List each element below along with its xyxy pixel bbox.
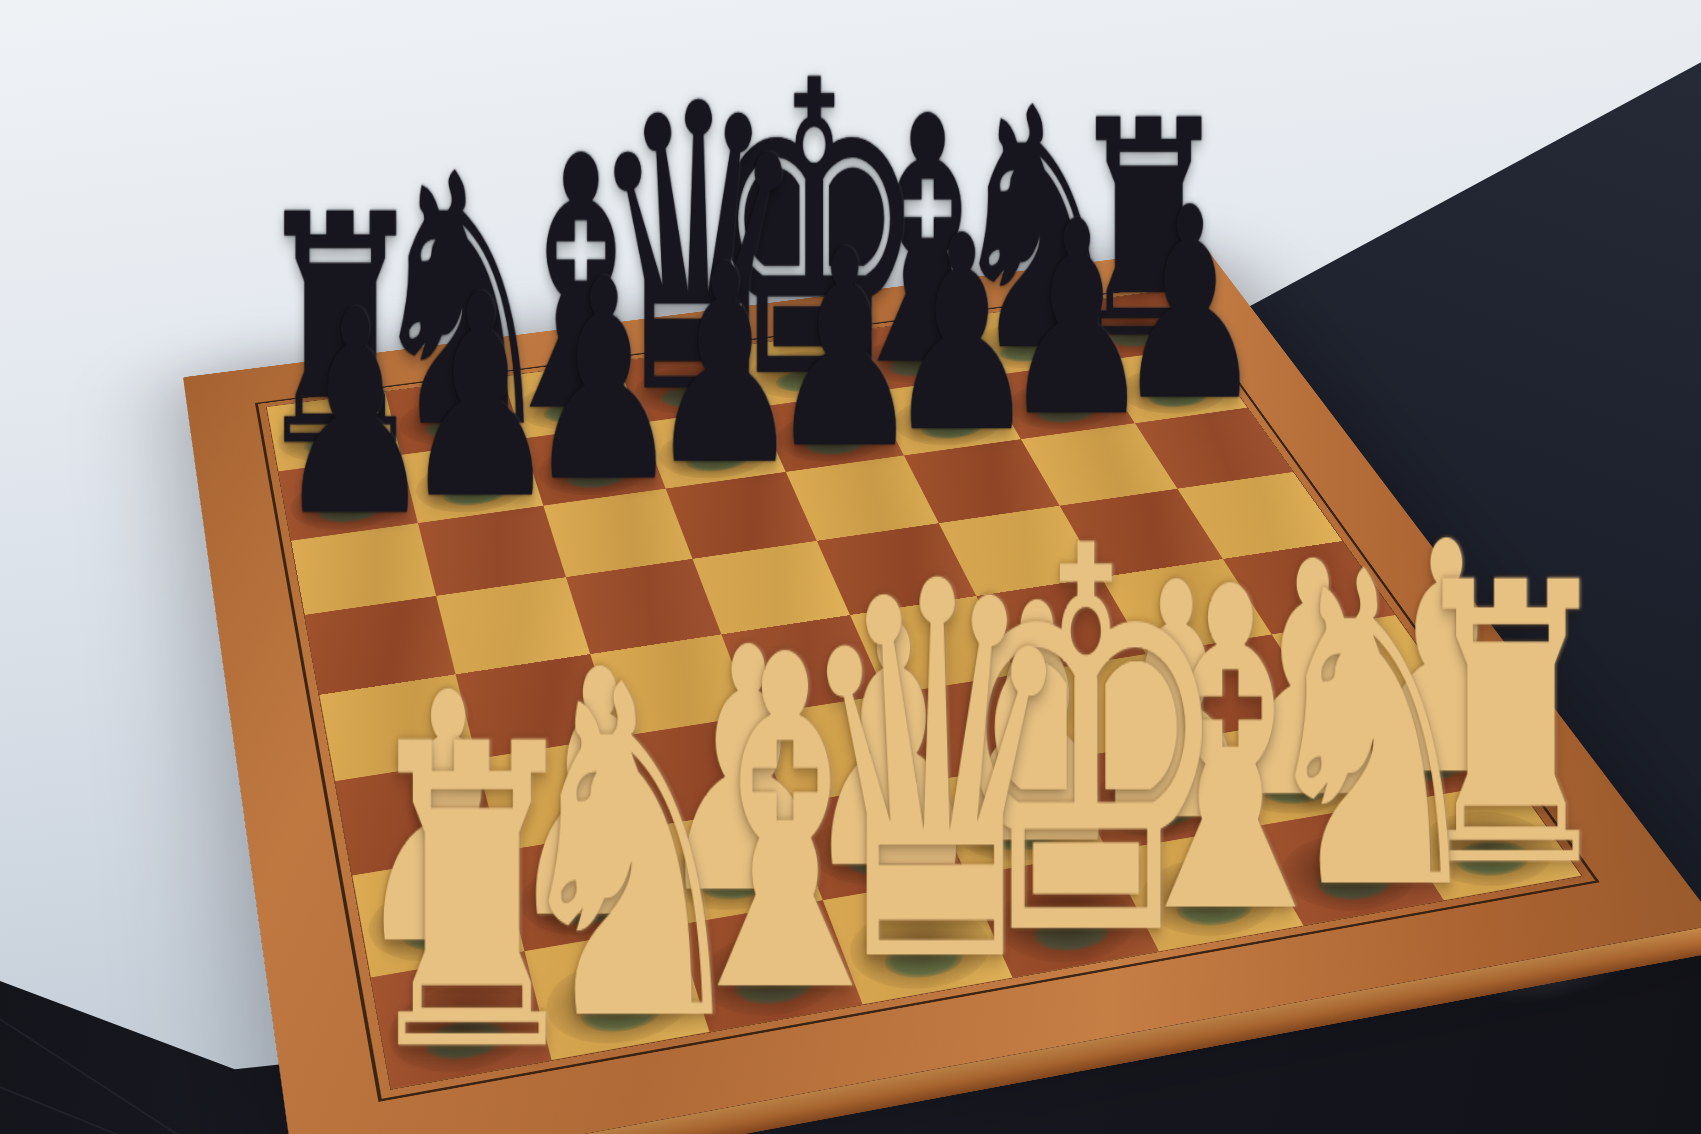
chessboard: ♜♞♝♛♚♝♞♜♟♟♟♟♟♟♟♟♟♟♟♟♟♟♟♟♜♞♝♛♚♝♞♜ — [183, 248, 1701, 1134]
square-a6 — [291, 523, 436, 615]
board-frame: ♜♞♝♛♚♝♞♜♟♟♟♟♟♟♟♟♟♟♟♟♟♟♟♟♜♞♝♛♚♝♞♜ — [183, 248, 1701, 1134]
photo-scene: ♜♞♝♛♚♝♞♜♟♟♟♟♟♟♟♟♟♟♟♟♟♟♟♟♜♞♝♛♚♝♞♜ — [0, 0, 1701, 1134]
piece-black-pawn: ♟ — [224, 299, 486, 530]
board-scene: ♜♞♝♛♚♝♞♜♟♟♟♟♟♟♟♟♟♟♟♟♟♟♟♟♜♞♝♛♚♝♞♜ — [0, 0, 1701, 1134]
board-grid: ♜♞♝♛♚♝♞♜♟♟♟♟♟♟♟♟♟♟♟♟♟♟♟♟♜♞♝♛♚♝♞♜ — [267, 291, 1581, 1089]
square-a7: ♟ — [279, 455, 419, 541]
square-a1: ♜ — [371, 951, 552, 1089]
piece-white-rook: ♜ — [304, 729, 638, 1072]
